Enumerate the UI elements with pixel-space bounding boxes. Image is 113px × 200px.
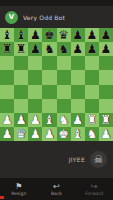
- square-c4[interactable]: [28, 85, 42, 99]
- chess-app-screen: V Very Odd Bot ♝♝♟♚♛♟♟♟♜♜♟♞♞♟♟♟♟♟♟♝♞♟♜♜♟…: [0, 0, 113, 200]
- square-c8[interactable]: ♟: [28, 28, 42, 42]
- square-f8[interactable]: ♟: [71, 28, 85, 42]
- square-h6[interactable]: [99, 56, 113, 70]
- square-f6[interactable]: [71, 56, 85, 70]
- piece-white-rook[interactable]: ♜: [86, 113, 97, 125]
- square-d6[interactable]: [42, 56, 56, 70]
- square-f1[interactable]: ♝: [71, 127, 85, 141]
- piece-black-pawn[interactable]: ♟: [72, 43, 83, 55]
- square-f2[interactable]: ♟: [71, 113, 85, 127]
- square-f3[interactable]: [71, 99, 85, 113]
- piece-white-bishop[interactable]: ♝: [72, 127, 83, 139]
- piece-white-bishop[interactable]: ♝: [44, 113, 55, 125]
- square-b4[interactable]: [14, 85, 28, 99]
- player-avatar[interactable]: ☠: [90, 151, 107, 168]
- piece-black-knight[interactable]: ♞: [44, 43, 55, 55]
- square-e6[interactable]: [57, 56, 71, 70]
- square-c6[interactable]: [28, 56, 42, 70]
- square-b6[interactable]: [14, 56, 28, 70]
- square-b5[interactable]: [14, 70, 28, 84]
- piece-black-pawn[interactable]: ♟: [30, 29, 41, 41]
- piece-white-pawn[interactable]: ♟: [101, 127, 112, 139]
- square-f7[interactable]: ♟: [71, 42, 85, 56]
- square-e5[interactable]: [57, 70, 71, 84]
- square-a7[interactable]: ♜: [0, 42, 14, 56]
- square-a1[interactable]: ♟: [0, 127, 14, 141]
- square-a5[interactable]: [0, 70, 14, 84]
- chess-board[interactable]: ♝♝♟♚♛♟♟♟♜♜♟♞♞♟♟♟♟♟♟♝♞♟♜♜♟♛♟♟♚♝♞♟: [0, 28, 113, 141]
- square-c5[interactable]: [28, 70, 42, 84]
- square-a3[interactable]: [0, 99, 14, 113]
- square-h5[interactable]: [99, 70, 113, 84]
- resign-button[interactable]: ⚑ Resign: [0, 178, 38, 200]
- flag-icon: ⚑: [15, 183, 22, 191]
- piece-white-pawn[interactable]: ♟: [2, 127, 13, 139]
- square-d3[interactable]: [42, 99, 56, 113]
- back-button[interactable]: ↩ Back: [38, 178, 76, 200]
- piece-white-rook[interactable]: ♜: [101, 113, 112, 125]
- square-g4[interactable]: [85, 85, 99, 99]
- piece-white-knight[interactable]: ♞: [86, 127, 97, 139]
- player-name: JIYEE: [69, 156, 85, 163]
- square-g8[interactable]: ♟: [85, 28, 99, 42]
- piece-white-queen[interactable]: ♛: [16, 127, 27, 139]
- piece-black-king[interactable]: ♚: [44, 29, 55, 41]
- piece-white-knight[interactable]: ♞: [58, 113, 69, 125]
- square-c3[interactable]: [28, 99, 42, 113]
- square-a6[interactable]: [0, 56, 14, 70]
- bottom-nav: ⚑ Resign ↩ Back ↪ Forward: [0, 178, 113, 200]
- piece-black-rook[interactable]: ♜: [16, 43, 27, 55]
- piece-black-queen[interactable]: ♛: [58, 29, 69, 41]
- square-g6[interactable]: [85, 56, 99, 70]
- piece-white-pawn[interactable]: ♟: [2, 113, 13, 125]
- opponent-avatar[interactable]: V: [5, 11, 18, 24]
- square-c2[interactable]: ♟: [28, 113, 42, 127]
- square-a4[interactable]: [0, 85, 14, 99]
- square-e4[interactable]: [57, 85, 71, 99]
- red-accent-mark: [0, 196, 4, 199]
- square-d5[interactable]: [42, 70, 56, 84]
- square-f5[interactable]: [71, 70, 85, 84]
- piece-black-pawn[interactable]: ♟: [86, 29, 97, 41]
- piece-white-pawn[interactable]: ♟: [16, 113, 27, 125]
- square-e3[interactable]: [57, 99, 71, 113]
- forward-button[interactable]: ↪ Forward: [75, 178, 113, 200]
- square-g2[interactable]: ♜: [85, 113, 99, 127]
- square-c7[interactable]: ♟: [28, 42, 42, 56]
- square-h3[interactable]: [99, 99, 113, 113]
- piece-white-king[interactable]: ♚: [58, 127, 69, 139]
- square-g7[interactable]: ♟: [85, 42, 99, 56]
- opponent-name: Very Odd Bot: [23, 14, 65, 21]
- back-arrow-icon: ↩: [53, 183, 60, 191]
- square-d4[interactable]: [42, 85, 56, 99]
- square-h8[interactable]: ♟: [99, 28, 113, 42]
- piece-black-bishop[interactable]: ♝: [2, 29, 13, 41]
- square-d8[interactable]: ♚: [42, 28, 56, 42]
- player-bar[interactable]: JIYEE ☠: [0, 141, 113, 178]
- piece-black-knight[interactable]: ♞: [58, 43, 69, 55]
- piece-black-pawn[interactable]: ♟: [72, 29, 83, 41]
- square-e7[interactable]: ♞: [57, 42, 71, 56]
- piece-black-pawn[interactable]: ♟: [101, 29, 112, 41]
- piece-white-pawn[interactable]: ♟: [30, 127, 41, 139]
- forward-label: Forward: [85, 191, 103, 196]
- square-a8[interactable]: ♝: [0, 28, 14, 42]
- square-e2[interactable]: ♞: [57, 113, 71, 127]
- square-f4[interactable]: [71, 85, 85, 99]
- square-d7[interactable]: ♞: [42, 42, 56, 56]
- square-a2[interactable]: ♟: [0, 113, 14, 127]
- resign-label: Resign: [11, 191, 26, 196]
- square-b7[interactable]: ♜: [14, 42, 28, 56]
- square-h1[interactable]: ♟: [99, 127, 113, 141]
- square-h2[interactable]: ♜: [99, 113, 113, 127]
- square-h4[interactable]: [99, 85, 113, 99]
- square-b2[interactable]: ♟: [14, 113, 28, 127]
- square-h7[interactable]: ♟: [99, 42, 113, 56]
- square-e1[interactable]: ♚: [57, 127, 71, 141]
- piece-black-bishop[interactable]: ♝: [16, 29, 27, 41]
- square-c1[interactable]: ♟: [28, 127, 42, 141]
- piece-black-rook[interactable]: ♜: [2, 43, 13, 55]
- square-b8[interactable]: ♝: [14, 28, 28, 42]
- skull-icon: ☠: [94, 153, 104, 166]
- square-g5[interactable]: [85, 70, 99, 84]
- opponent-bar[interactable]: V Very Odd Bot: [0, 6, 113, 28]
- piece-black-pawn[interactable]: ♟: [86, 43, 97, 55]
- piece-white-pawn[interactable]: ♟: [44, 127, 55, 139]
- piece-black-pawn[interactable]: ♟: [30, 43, 41, 55]
- piece-white-pawn[interactable]: ♟: [30, 113, 41, 125]
- square-b3[interactable]: [14, 99, 28, 113]
- square-d1[interactable]: ♟: [42, 127, 56, 141]
- square-d2[interactable]: ♝: [42, 113, 56, 127]
- square-g1[interactable]: ♞: [85, 127, 99, 141]
- piece-white-pawn[interactable]: ♟: [72, 113, 83, 125]
- square-b1[interactable]: ♛: [14, 127, 28, 141]
- forward-arrow-icon: ↪: [91, 183, 98, 191]
- back-label: Back: [51, 191, 62, 196]
- square-e8[interactable]: ♛: [57, 28, 71, 42]
- square-g3[interactable]: [85, 99, 99, 113]
- piece-black-pawn[interactable]: ♟: [101, 43, 112, 55]
